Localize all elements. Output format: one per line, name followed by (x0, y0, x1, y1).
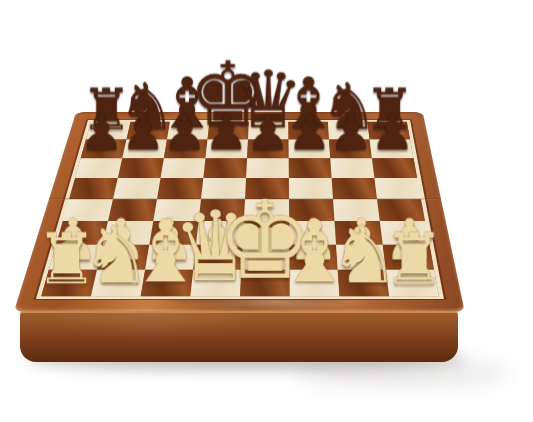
product-photo-scene: ♜♞♝♚♛♝♞♜♟♟♟♟♟♟♟♟♟♟♟♟♟♟♟♟♜♞♝♛♚♝♞♜ (0, 0, 533, 422)
chess-box-3d: ♜♞♝♚♛♝♞♜♟♟♟♟♟♟♟♟♟♟♟♟♟♟♟♟♜♞♝♛♚♝♞♜ (14, 112, 465, 312)
square-a7[interactable]: ♟ (81, 140, 127, 159)
square-e6[interactable] (246, 158, 289, 178)
square-b6[interactable] (118, 158, 164, 178)
square-b5[interactable] (113, 178, 161, 199)
square-f7[interactable]: ♟ (289, 140, 331, 159)
piece-black-pawn-g7[interactable]: ♟ (329, 108, 373, 157)
piece-black-pawn-h7[interactable]: ♟ (371, 108, 415, 157)
square-g7[interactable]: ♟ (329, 140, 372, 159)
square-b7[interactable]: ♟ (122, 140, 167, 159)
piece-black-pawn-f7[interactable]: ♟ (287, 108, 331, 157)
piece-white-rook-h1[interactable]: ♜ (382, 225, 445, 295)
square-f6[interactable] (289, 158, 332, 178)
piece-black-pawn-c7[interactable]: ♟ (163, 108, 207, 157)
square-a6[interactable] (75, 158, 122, 178)
box-floor-shadow-soft (295, 360, 510, 386)
square-h1[interactable]: ♜ (386, 270, 439, 297)
square-d6[interactable] (203, 158, 247, 178)
piece-black-pawn-e7[interactable]: ♟ (246, 108, 290, 157)
square-c7[interactable]: ♟ (164, 140, 208, 159)
piece-black-pawn-b7[interactable]: ♟ (121, 108, 165, 157)
chess-box-top-surface: ♜♞♝♚♛♝♞♜♟♟♟♟♟♟♟♟♟♟♟♟♟♟♟♟♜♞♝♛♚♝♞♜ (14, 112, 465, 312)
square-a5[interactable] (69, 178, 118, 199)
square-e7[interactable]: ♟ (247, 140, 289, 159)
square-h5[interactable] (374, 178, 421, 199)
square-h6[interactable] (372, 158, 417, 178)
piece-black-pawn-d7[interactable]: ♟ (204, 108, 248, 157)
square-d7[interactable]: ♟ (205, 140, 248, 159)
square-g1[interactable]: ♞ (338, 270, 389, 297)
square-h7[interactable]: ♟ (370, 140, 414, 159)
chess-box-front-face (20, 311, 458, 362)
square-c6[interactable] (161, 158, 206, 178)
square-g5[interactable] (332, 178, 377, 199)
piece-black-pawn-a7[interactable]: ♟ (80, 108, 124, 157)
square-g6[interactable] (330, 158, 374, 178)
chess-board-grid: ♜♞♝♚♛♝♞♜♟♟♟♟♟♟♟♟♟♟♟♟♟♟♟♟♜♞♝♛♚♝♞♜ (36, 120, 444, 299)
